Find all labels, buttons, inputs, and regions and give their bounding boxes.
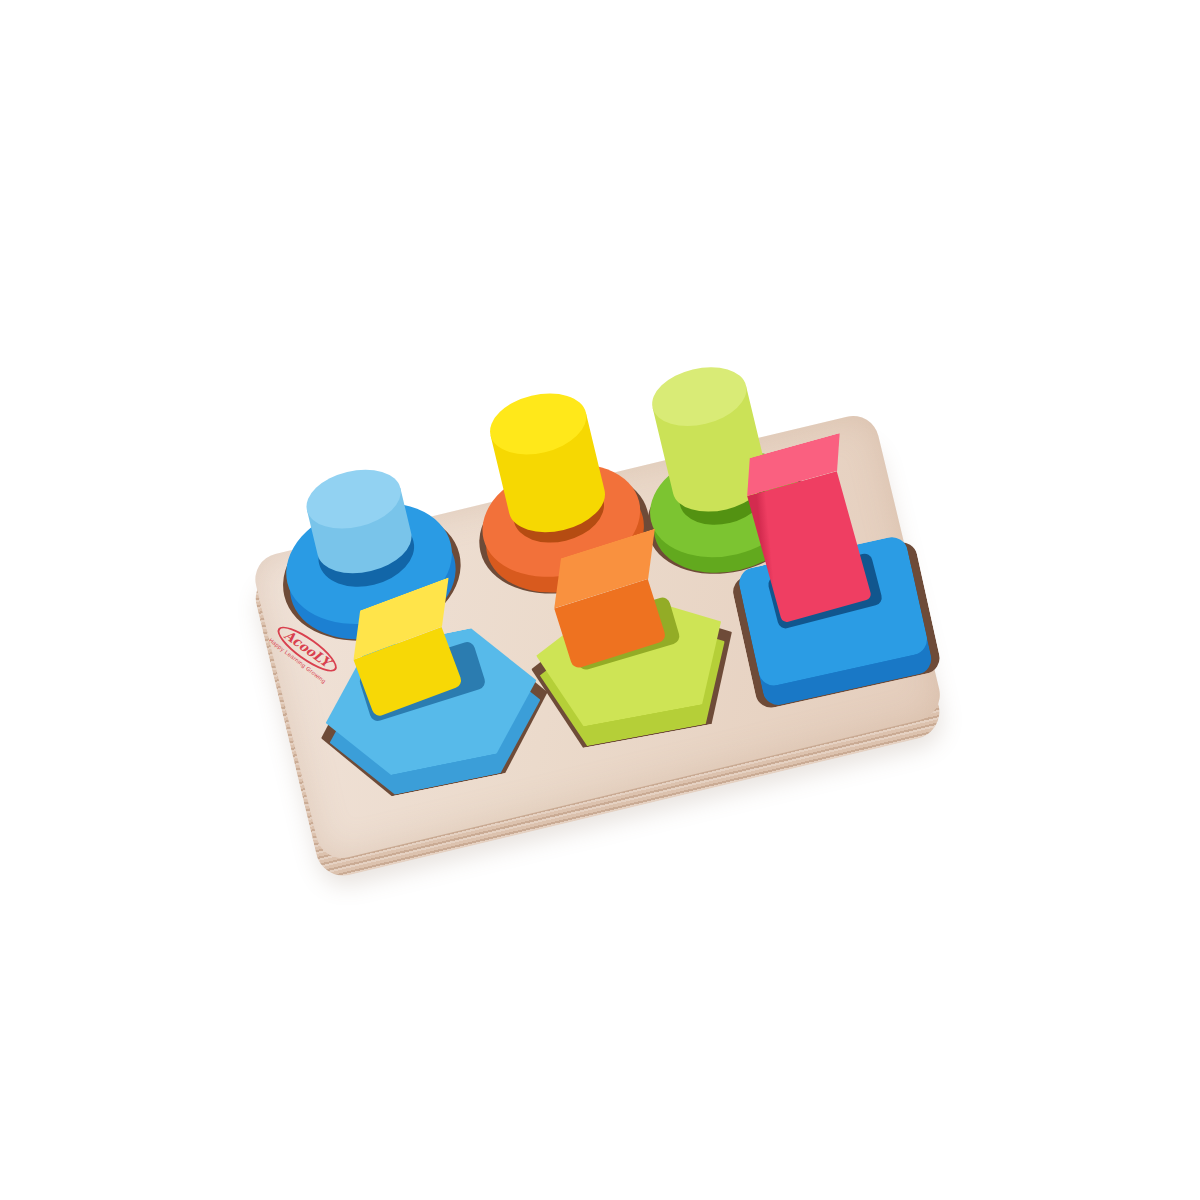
product-photo-scene: AcooLY Happy Learning Growing: [0, 0, 1200, 1200]
puzzle-board: AcooLY Happy Learning Growing: [250, 411, 945, 864]
slots-grid: [250, 411, 945, 864]
